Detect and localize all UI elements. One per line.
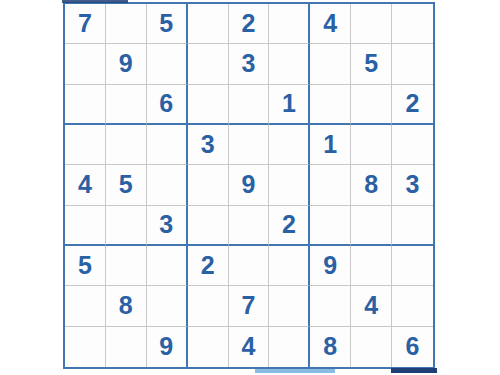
cell-r5c4[interactable] <box>188 165 229 205</box>
cell-r1c7[interactable]: 4 <box>310 4 351 44</box>
cell-r4c7[interactable]: 1 <box>310 125 351 165</box>
cell-r5c3[interactable] <box>147 165 188 205</box>
cell-r8c7[interactable] <box>310 286 351 326</box>
cell-r2c5[interactable]: 3 <box>229 44 270 84</box>
cell-r7c6[interactable] <box>269 246 310 286</box>
cell-r1c5[interactable]: 2 <box>229 4 270 44</box>
cell-r4c3[interactable] <box>147 125 188 165</box>
cell-r6c5[interactable] <box>229 206 270 246</box>
sudoku-page: 75249356123145983325298749486 <box>0 0 500 375</box>
cell-r9c3[interactable]: 9 <box>147 327 188 367</box>
cell-r5c8[interactable]: 8 <box>351 165 392 205</box>
cell-r8c9[interactable] <box>392 286 433 326</box>
cell-r1c2[interactable] <box>106 4 147 44</box>
cell-r8c2[interactable]: 8 <box>106 286 147 326</box>
cell-r5c1[interactable]: 4 <box>65 165 106 205</box>
cell-r6c2[interactable] <box>106 206 147 246</box>
cell-r9c4[interactable] <box>188 327 229 367</box>
cell-r2c9[interactable] <box>392 44 433 84</box>
cell-r9c8[interactable] <box>351 327 392 367</box>
cell-r4c2[interactable] <box>106 125 147 165</box>
cell-r1c9[interactable] <box>392 4 433 44</box>
cell-r3c7[interactable] <box>310 85 351 125</box>
cell-r8c1[interactable] <box>65 286 106 326</box>
cell-r3c4[interactable] <box>188 85 229 125</box>
cell-r1c4[interactable] <box>188 4 229 44</box>
cell-r6c7[interactable] <box>310 206 351 246</box>
cell-r2c3[interactable] <box>147 44 188 84</box>
cell-r4c1[interactable] <box>65 125 106 165</box>
cell-r7c8[interactable] <box>351 246 392 286</box>
cell-r5c5[interactable]: 9 <box>229 165 270 205</box>
cell-r7c5[interactable] <box>229 246 270 286</box>
cell-r4c4[interactable]: 3 <box>188 125 229 165</box>
cell-r3c3[interactable]: 6 <box>147 85 188 125</box>
scan-artifact-bottom-light <box>255 369 335 373</box>
cell-r7c4[interactable]: 2 <box>188 246 229 286</box>
cell-r4c6[interactable] <box>269 125 310 165</box>
cell-r1c8[interactable] <box>351 4 392 44</box>
cell-r8c6[interactable] <box>269 286 310 326</box>
cell-r2c2[interactable]: 9 <box>106 44 147 84</box>
cell-r2c8[interactable]: 5 <box>351 44 392 84</box>
cell-r9c9[interactable]: 6 <box>392 327 433 367</box>
cell-r5c2[interactable]: 5 <box>106 165 147 205</box>
cell-r6c1[interactable] <box>65 206 106 246</box>
cell-r7c3[interactable] <box>147 246 188 286</box>
cell-r9c7[interactable]: 8 <box>310 327 351 367</box>
cell-r9c5[interactable]: 4 <box>229 327 270 367</box>
cell-r7c9[interactable] <box>392 246 433 286</box>
cell-r5c7[interactable] <box>310 165 351 205</box>
cell-r4c8[interactable] <box>351 125 392 165</box>
cell-r9c6[interactable] <box>269 327 310 367</box>
cell-r2c4[interactable] <box>188 44 229 84</box>
cell-r3c9[interactable]: 2 <box>392 85 433 125</box>
cell-r3c1[interactable] <box>65 85 106 125</box>
cell-r6c6[interactable]: 2 <box>269 206 310 246</box>
cell-r4c9[interactable] <box>392 125 433 165</box>
cell-r6c9[interactable] <box>392 206 433 246</box>
cell-r6c8[interactable] <box>351 206 392 246</box>
cell-r5c9[interactable]: 3 <box>392 165 433 205</box>
cell-r7c1[interactable]: 5 <box>65 246 106 286</box>
cell-r7c7[interactable]: 9 <box>310 246 351 286</box>
cell-r2c6[interactable] <box>269 44 310 84</box>
cell-r2c7[interactable] <box>310 44 351 84</box>
cell-r8c5[interactable]: 7 <box>229 286 270 326</box>
cell-r3c8[interactable] <box>351 85 392 125</box>
cell-r4c5[interactable] <box>229 125 270 165</box>
cell-r5c6[interactable] <box>269 165 310 205</box>
cell-r6c4[interactable] <box>188 206 229 246</box>
cell-r1c6[interactable] <box>269 4 310 44</box>
cell-r9c1[interactable] <box>65 327 106 367</box>
cell-r3c2[interactable] <box>106 85 147 125</box>
cell-r2c1[interactable] <box>65 44 106 84</box>
sudoku-board: 75249356123145983325298749486 <box>63 2 435 369</box>
cell-r6c3[interactable]: 3 <box>147 206 188 246</box>
cell-r1c3[interactable]: 5 <box>147 4 188 44</box>
cell-r1c1[interactable]: 7 <box>65 4 106 44</box>
cell-r8c4[interactable] <box>188 286 229 326</box>
cell-r7c2[interactable] <box>106 246 147 286</box>
cell-r8c8[interactable]: 4 <box>351 286 392 326</box>
cell-r3c6[interactable]: 1 <box>269 85 310 125</box>
cell-r8c3[interactable] <box>147 286 188 326</box>
cell-r9c2[interactable] <box>106 327 147 367</box>
cell-r3c5[interactable] <box>229 85 270 125</box>
